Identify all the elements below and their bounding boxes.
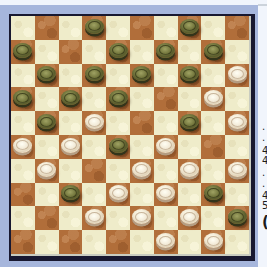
square-42[interactable] — [82, 206, 106, 230]
light-man[interactable] — [156, 233, 175, 248]
light-square-r4c2 — [35, 87, 59, 111]
light-square-r6c8 — [178, 135, 202, 159]
light-square-r1c5 — [106, 16, 130, 40]
dark-man[interactable] — [204, 185, 223, 200]
square-2[interactable] — [82, 16, 106, 40]
light-square-r4c8 — [178, 87, 202, 111]
square-11[interactable] — [35, 64, 59, 88]
square-6[interactable] — [11, 40, 35, 64]
light-square-r3c5 — [106, 64, 130, 88]
board-panel — [0, 5, 258, 267]
light-square-r10c4 — [82, 230, 106, 254]
light-man[interactable] — [228, 162, 247, 177]
light-square-r6c6 — [130, 135, 154, 159]
clipped-text-fragment: 5 — [262, 201, 267, 211]
square-15[interactable] — [225, 64, 249, 88]
square-1[interactable] — [35, 16, 59, 40]
square-8[interactable] — [106, 40, 130, 64]
light-square-r1c7 — [154, 16, 178, 40]
light-square-r7c7 — [154, 159, 178, 183]
light-square-r6c10 — [225, 135, 249, 159]
square-29[interactable] — [154, 135, 178, 159]
square-44[interactable] — [178, 206, 202, 230]
light-square-r4c4 — [82, 87, 106, 111]
light-square-r9c9 — [201, 206, 225, 230]
clipped-text-fragment: . — [262, 168, 265, 178]
square-13[interactable] — [130, 64, 154, 88]
square-14[interactable] — [178, 64, 202, 88]
light-man[interactable] — [85, 114, 104, 129]
square-32[interactable] — [82, 159, 106, 183]
light-man[interactable] — [180, 209, 199, 224]
square-47[interactable] — [59, 230, 83, 254]
clipped-text-fragment: . — [262, 122, 265, 132]
light-man[interactable] — [204, 90, 223, 105]
square-37[interactable] — [59, 183, 83, 207]
square-35[interactable] — [225, 159, 249, 183]
light-square-r3c7 — [154, 64, 178, 88]
light-square-r2c2 — [35, 40, 59, 64]
light-man[interactable] — [61, 138, 80, 153]
light-square-r9c3 — [59, 206, 83, 230]
light-man[interactable] — [204, 233, 223, 248]
square-23[interactable] — [130, 111, 154, 135]
light-square-r2c10 — [225, 40, 249, 64]
square-36[interactable] — [11, 183, 35, 207]
dark-man[interactable] — [109, 90, 128, 105]
square-49[interactable] — [154, 230, 178, 254]
light-square-r7c3 — [59, 159, 83, 183]
light-square-r3c9 — [201, 64, 225, 88]
square-34[interactable] — [178, 159, 202, 183]
dark-man[interactable] — [204, 43, 223, 58]
square-21[interactable] — [35, 111, 59, 135]
square-39[interactable] — [154, 183, 178, 207]
light-man[interactable] — [156, 185, 175, 200]
square-9[interactable] — [154, 40, 178, 64]
light-square-r1c9 — [201, 16, 225, 40]
light-square-r7c9 — [201, 159, 225, 183]
square-43[interactable] — [130, 206, 154, 230]
square-33[interactable] — [130, 159, 154, 183]
light-square-r9c5 — [106, 206, 130, 230]
light-square-r8c6 — [130, 183, 154, 207]
square-18[interactable] — [106, 87, 130, 111]
dark-man[interactable] — [37, 114, 56, 129]
dark-man[interactable] — [13, 43, 32, 58]
dark-man[interactable] — [180, 19, 199, 34]
square-24[interactable] — [178, 111, 202, 135]
light-square-r1c1 — [11, 16, 35, 40]
light-square-r3c1 — [11, 64, 35, 88]
page: { "game": { "name": "International draug… — [0, 0, 267, 267]
square-10[interactable] — [201, 40, 225, 64]
panel-top-rule — [258, 4, 267, 6]
square-40[interactable] — [201, 183, 225, 207]
square-28[interactable] — [106, 135, 130, 159]
light-square-r2c8 — [178, 40, 202, 64]
square-3[interactable] — [130, 16, 154, 40]
light-square-r5c9 — [201, 111, 225, 135]
square-19[interactable] — [154, 87, 178, 111]
board-bevel — [11, 16, 251, 256]
light-square-r4c6 — [130, 87, 154, 111]
light-man[interactable] — [85, 209, 104, 224]
light-man[interactable] — [180, 162, 199, 177]
light-square-r10c10 — [225, 230, 249, 254]
clipped-text-fragment: 4 — [262, 156, 267, 166]
square-4[interactable] — [178, 16, 202, 40]
clipped-move-list-panel: ..44..45( — [258, 0, 267, 267]
square-22[interactable] — [82, 111, 106, 135]
square-38[interactable] — [106, 183, 130, 207]
square-25[interactable] — [225, 111, 249, 135]
light-square-r5c1 — [11, 111, 35, 135]
square-26[interactable] — [11, 135, 35, 159]
light-square-r7c1 — [11, 159, 35, 183]
light-square-r2c6 — [130, 40, 154, 64]
square-46[interactable] — [11, 230, 35, 254]
light-man[interactable] — [132, 209, 151, 224]
dark-man[interactable] — [85, 19, 104, 34]
light-square-r10c2 — [35, 230, 59, 254]
dark-man[interactable] — [61, 90, 80, 105]
dark-man[interactable] — [37, 66, 56, 81]
light-square-r2c4 — [82, 40, 106, 64]
square-30[interactable] — [201, 135, 225, 159]
draughts-board-frame — [9, 14, 255, 261]
dark-man[interactable] — [61, 185, 80, 200]
dark-man[interactable] — [156, 43, 175, 58]
light-man[interactable] — [228, 66, 247, 81]
light-square-r5c7 — [154, 111, 178, 135]
light-square-r9c1 — [11, 206, 35, 230]
square-17[interactable] — [59, 87, 83, 111]
light-square-r8c2 — [35, 183, 59, 207]
light-man[interactable] — [156, 138, 175, 153]
light-square-r6c4 — [82, 135, 106, 159]
dark-man[interactable] — [109, 138, 128, 153]
light-square-r7c5 — [106, 159, 130, 183]
light-square-r6c2 — [35, 135, 59, 159]
light-square-r9c7 — [154, 206, 178, 230]
dark-man[interactable] — [109, 43, 128, 58]
square-50[interactable] — [201, 230, 225, 254]
square-20[interactable] — [201, 87, 225, 111]
dark-man[interactable] — [13, 90, 32, 105]
light-square-r5c3 — [59, 111, 83, 135]
light-man[interactable] — [132, 162, 151, 177]
clipped-text-fragment: . — [262, 133, 265, 143]
square-12[interactable] — [82, 64, 106, 88]
square-31[interactable] — [35, 159, 59, 183]
light-square-r4c10 — [225, 87, 249, 111]
square-45[interactable] — [225, 206, 249, 230]
dark-man[interactable] — [228, 209, 247, 224]
square-48[interactable] — [106, 230, 130, 254]
light-man[interactable] — [37, 162, 56, 177]
square-7[interactable] — [59, 40, 83, 64]
dark-man[interactable] — [180, 66, 199, 81]
light-square-r1c3 — [59, 16, 83, 40]
light-man[interactable] — [109, 185, 128, 200]
light-man[interactable] — [13, 138, 32, 153]
light-square-r8c10 — [225, 183, 249, 207]
light-square-r10c8 — [178, 230, 202, 254]
light-square-r8c4 — [82, 183, 106, 207]
square-41[interactable] — [35, 206, 59, 230]
square-27[interactable] — [59, 135, 83, 159]
light-square-r8c8 — [178, 183, 202, 207]
clipped-text-fragment: ( — [262, 215, 267, 230]
square-16[interactable] — [11, 87, 35, 111]
square-5[interactable] — [225, 16, 249, 40]
dark-man[interactable] — [132, 66, 151, 81]
light-square-r5c5 — [106, 111, 130, 135]
dark-man[interactable] — [85, 66, 104, 81]
light-square-r3c3 — [59, 64, 83, 88]
draughts-board — [11, 16, 249, 254]
dark-man[interactable] — [180, 114, 199, 129]
light-square-r10c6 — [130, 230, 154, 254]
clipped-text-fragment: . — [262, 179, 265, 189]
light-man[interactable] — [228, 114, 247, 129]
